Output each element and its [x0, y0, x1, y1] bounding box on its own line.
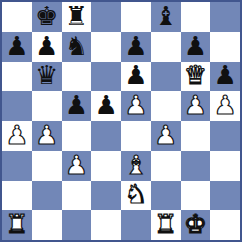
chess-board: ♚♜♝♟♟♞♟♟♛♟♛♟♟♟♟♟♟♟♟♟♟♝♞♜♜♚ — [2, 2, 240, 240]
piece-black-king[interactable]: ♚ — [35, 3, 58, 29]
piece-white-queen[interactable]: ♛ — [184, 62, 207, 88]
square-f8[interactable]: ♝ — [151, 2, 181, 32]
square-f2[interactable] — [151, 181, 181, 211]
square-b1[interactable] — [32, 210, 62, 240]
square-b5[interactable] — [32, 91, 62, 121]
square-c8[interactable]: ♜ — [62, 2, 92, 32]
square-d6[interactable] — [91, 62, 121, 92]
square-a6[interactable] — [2, 62, 32, 92]
piece-white-pawn[interactable]: ♟ — [154, 122, 177, 148]
piece-black-pawn[interactable]: ♟ — [124, 62, 147, 88]
square-h8[interactable] — [210, 2, 240, 32]
piece-black-pawn[interactable]: ♟ — [35, 33, 58, 59]
square-d1[interactable] — [91, 210, 121, 240]
square-a5[interactable] — [2, 91, 32, 121]
square-d3[interactable] — [91, 151, 121, 181]
piece-black-knight[interactable]: ♞ — [65, 33, 88, 59]
square-g4[interactable] — [181, 121, 211, 151]
square-f6[interactable] — [151, 62, 181, 92]
square-b2[interactable] — [32, 181, 62, 211]
square-g5[interactable]: ♟ — [181, 91, 211, 121]
piece-white-king[interactable]: ♚ — [184, 211, 207, 237]
square-b7[interactable]: ♟ — [32, 32, 62, 62]
square-b8[interactable]: ♚ — [32, 2, 62, 32]
square-e3[interactable]: ♝ — [121, 151, 151, 181]
square-h1[interactable] — [210, 210, 240, 240]
square-h4[interactable] — [210, 121, 240, 151]
square-e8[interactable] — [121, 2, 151, 32]
piece-white-pawn[interactable]: ♟ — [65, 152, 88, 178]
square-e2[interactable]: ♞ — [121, 181, 151, 211]
square-f1[interactable]: ♜ — [151, 210, 181, 240]
piece-black-pawn[interactable]: ♟ — [124, 33, 147, 59]
square-e1[interactable] — [121, 210, 151, 240]
square-a3[interactable] — [2, 151, 32, 181]
square-d4[interactable] — [91, 121, 121, 151]
square-b3[interactable] — [32, 151, 62, 181]
square-f5[interactable] — [151, 91, 181, 121]
piece-white-pawn[interactable]: ♟ — [5, 122, 28, 148]
piece-white-rook[interactable]: ♜ — [154, 211, 177, 237]
square-a4[interactable]: ♟ — [2, 121, 32, 151]
square-e7[interactable]: ♟ — [121, 32, 151, 62]
square-h7[interactable] — [210, 32, 240, 62]
square-b6[interactable]: ♛ — [32, 62, 62, 92]
square-d5[interactable]: ♟ — [91, 91, 121, 121]
piece-white-knight[interactable]: ♞ — [124, 181, 147, 207]
square-a8[interactable] — [2, 2, 32, 32]
piece-white-rook[interactable]: ♜ — [5, 211, 28, 237]
square-e4[interactable] — [121, 121, 151, 151]
square-g8[interactable] — [181, 2, 211, 32]
square-g3[interactable] — [181, 151, 211, 181]
square-c7[interactable]: ♞ — [62, 32, 92, 62]
square-a7[interactable]: ♟ — [2, 32, 32, 62]
square-a2[interactable] — [2, 181, 32, 211]
square-h2[interactable] — [210, 181, 240, 211]
chess-board-frame: ♚♜♝♟♟♞♟♟♛♟♛♟♟♟♟♟♟♟♟♟♟♝♞♜♜♚ — [0, 0, 242, 242]
square-d8[interactable] — [91, 2, 121, 32]
piece-black-pawn[interactable]: ♟ — [65, 92, 88, 118]
square-e6[interactable]: ♟ — [121, 62, 151, 92]
piece-black-rook[interactable]: ♜ — [65, 3, 88, 29]
square-h3[interactable] — [210, 151, 240, 181]
piece-black-queen[interactable]: ♛ — [35, 62, 58, 88]
square-c5[interactable]: ♟ — [62, 91, 92, 121]
square-f7[interactable] — [151, 32, 181, 62]
piece-black-pawn[interactable]: ♟ — [213, 62, 236, 88]
piece-white-pawn[interactable]: ♟ — [184, 92, 207, 118]
piece-black-pawn[interactable]: ♟ — [5, 33, 28, 59]
square-f3[interactable] — [151, 151, 181, 181]
square-h5[interactable]: ♟ — [210, 91, 240, 121]
square-g1[interactable]: ♚ — [181, 210, 211, 240]
piece-black-pawn[interactable]: ♟ — [94, 92, 117, 118]
piece-white-pawn[interactable]: ♟ — [213, 92, 236, 118]
square-a1[interactable]: ♜ — [2, 210, 32, 240]
square-c2[interactable] — [62, 181, 92, 211]
square-g7[interactable]: ♟ — [181, 32, 211, 62]
square-d2[interactable] — [91, 181, 121, 211]
square-c1[interactable] — [62, 210, 92, 240]
square-f4[interactable]: ♟ — [151, 121, 181, 151]
piece-white-bishop[interactable]: ♝ — [124, 152, 147, 178]
square-g2[interactable] — [181, 181, 211, 211]
piece-black-bishop[interactable]: ♝ — [154, 3, 177, 29]
square-e5[interactable]: ♟ — [121, 91, 151, 121]
square-c4[interactable] — [62, 121, 92, 151]
piece-white-pawn[interactable]: ♟ — [35, 122, 58, 148]
square-c6[interactable] — [62, 62, 92, 92]
square-c3[interactable]: ♟ — [62, 151, 92, 181]
square-h6[interactable]: ♟ — [210, 62, 240, 92]
piece-white-pawn[interactable]: ♟ — [124, 92, 147, 118]
square-g6[interactable]: ♛ — [181, 62, 211, 92]
square-b4[interactable]: ♟ — [32, 121, 62, 151]
square-d7[interactable] — [91, 32, 121, 62]
piece-black-pawn[interactable]: ♟ — [184, 33, 207, 59]
